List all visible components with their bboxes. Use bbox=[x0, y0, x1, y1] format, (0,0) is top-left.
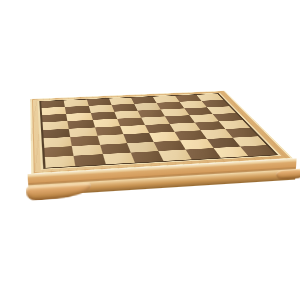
right-corner-foot bbox=[276, 168, 300, 179]
square bbox=[127, 142, 159, 153]
square bbox=[225, 128, 258, 138]
square bbox=[97, 134, 127, 144]
square bbox=[200, 129, 232, 139]
square bbox=[123, 133, 153, 143]
product-photo bbox=[0, 0, 300, 300]
square bbox=[69, 127, 97, 137]
square bbox=[42, 107, 67, 115]
square bbox=[43, 121, 69, 130]
square bbox=[100, 143, 131, 154]
square bbox=[45, 156, 76, 168]
square bbox=[70, 136, 99, 146]
square bbox=[145, 124, 175, 133]
square bbox=[72, 145, 102, 156]
square bbox=[138, 109, 166, 117]
square bbox=[175, 95, 202, 102]
chess-board bbox=[30, 91, 293, 174]
square bbox=[66, 113, 92, 121]
square bbox=[180, 139, 213, 150]
square bbox=[44, 137, 72, 147]
square bbox=[130, 151, 163, 163]
board-grid bbox=[41, 94, 275, 168]
square bbox=[213, 146, 248, 157]
square bbox=[186, 148, 220, 159]
board-scene bbox=[0, 0, 300, 300]
square bbox=[149, 132, 180, 142]
square bbox=[74, 154, 105, 166]
square bbox=[120, 125, 149, 134]
square bbox=[95, 126, 124, 135]
square bbox=[68, 120, 95, 129]
square bbox=[92, 119, 120, 128]
square bbox=[43, 129, 70, 139]
square bbox=[240, 145, 276, 156]
square bbox=[158, 149, 192, 161]
square bbox=[44, 146, 74, 157]
square bbox=[232, 136, 266, 146]
square bbox=[157, 102, 184, 110]
square bbox=[154, 140, 186, 151]
left-corner-foot bbox=[26, 183, 91, 201]
square bbox=[102, 152, 134, 164]
square bbox=[206, 138, 240, 148]
square bbox=[175, 130, 207, 140]
